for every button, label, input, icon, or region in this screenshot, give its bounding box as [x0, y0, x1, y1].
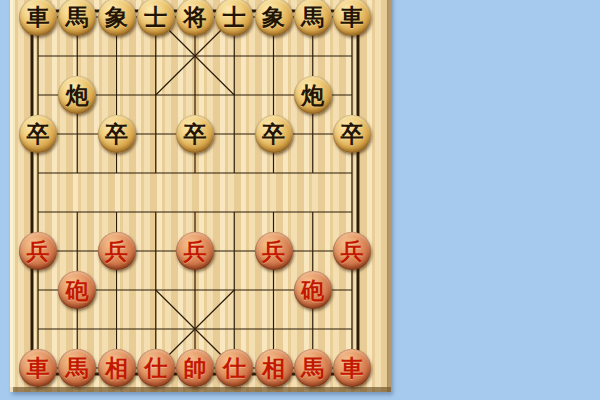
piece-glyph: 馬: [301, 357, 324, 380]
piece-glyph: 兵: [105, 240, 128, 263]
piece-glyph: 砲: [301, 279, 324, 302]
piece-black-cannon[interactable]: 炮: [294, 76, 332, 114]
piece-glyph: 象: [105, 6, 128, 29]
piece-black-soldier[interactable]: 卒: [19, 115, 57, 153]
app-background: { "game": "xiangqi", "description": "Chi…: [0, 0, 600, 400]
piece-black-cannon[interactable]: 炮: [58, 76, 96, 114]
piece-black-soldier[interactable]: 卒: [176, 115, 214, 153]
piece-glyph: 砲: [66, 279, 89, 302]
piece-red-chariot[interactable]: 車: [19, 349, 57, 387]
xiangqi-board[interactable]: [10, 0, 391, 392]
piece-glyph: 卒: [341, 123, 364, 146]
piece-glyph: 卒: [262, 123, 285, 146]
piece-red-soldier[interactable]: 兵: [255, 232, 293, 270]
piece-red-soldier[interactable]: 兵: [98, 232, 136, 270]
piece-glyph: 車: [27, 6, 50, 29]
piece-glyph: 卒: [184, 123, 207, 146]
piece-red-general[interactable]: 帥: [176, 349, 214, 387]
piece-glyph: 兵: [27, 240, 50, 263]
piece-black-soldier[interactable]: 卒: [333, 115, 371, 153]
piece-red-advisor[interactable]: 仕: [215, 349, 253, 387]
piece-glyph: 炮: [301, 84, 324, 107]
piece-glyph: 馬: [301, 6, 324, 29]
piece-red-advisor[interactable]: 仕: [137, 349, 175, 387]
piece-glyph: 相: [105, 357, 128, 380]
piece-glyph: 車: [27, 357, 50, 380]
piece-glyph: 馬: [66, 6, 89, 29]
piece-glyph: 馬: [66, 357, 89, 380]
piece-glyph: 士: [144, 6, 167, 29]
piece-red-soldier[interactable]: 兵: [19, 232, 57, 270]
board-grid: [10, 0, 391, 392]
piece-glyph: 仕: [144, 357, 167, 380]
piece-red-cannon[interactable]: 砲: [58, 271, 96, 309]
piece-red-elephant[interactable]: 相: [98, 349, 136, 387]
piece-glyph: 車: [341, 6, 364, 29]
piece-red-horse[interactable]: 馬: [294, 349, 332, 387]
piece-glyph: 将: [184, 6, 207, 29]
piece-red-cannon[interactable]: 砲: [294, 271, 332, 309]
piece-red-horse[interactable]: 馬: [58, 349, 96, 387]
piece-glyph: 士: [223, 6, 246, 29]
piece-glyph: 卒: [105, 123, 128, 146]
piece-glyph: 車: [341, 357, 364, 380]
piece-glyph: 相: [262, 357, 285, 380]
piece-red-elephant[interactable]: 相: [255, 349, 293, 387]
piece-glyph: 炮: [66, 84, 89, 107]
piece-glyph: 象: [262, 6, 285, 29]
piece-black-soldier[interactable]: 卒: [98, 115, 136, 153]
piece-black-soldier[interactable]: 卒: [255, 115, 293, 153]
piece-glyph: 帥: [184, 357, 207, 380]
piece-glyph: 仕: [223, 357, 246, 380]
piece-glyph: 兵: [262, 240, 285, 263]
piece-glyph: 兵: [184, 240, 207, 263]
piece-glyph: 卒: [27, 123, 50, 146]
piece-red-chariot[interactable]: 車: [333, 349, 371, 387]
piece-red-soldier[interactable]: 兵: [333, 232, 371, 270]
piece-red-soldier[interactable]: 兵: [176, 232, 214, 270]
piece-glyph: 兵: [341, 240, 364, 263]
